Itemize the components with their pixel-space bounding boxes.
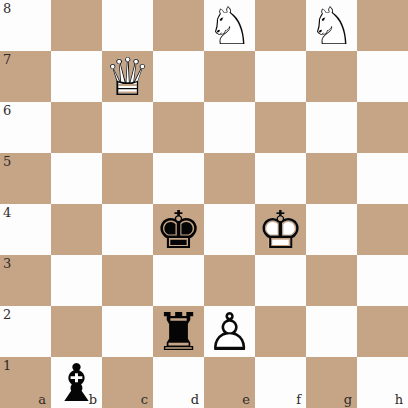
square-f6[interactable] <box>255 102 306 153</box>
square-a1[interactable]: 1a <box>0 357 51 408</box>
white-pawn[interactable]: ♟♙ <box>204 306 255 357</box>
square-f1[interactable]: f <box>255 357 306 408</box>
file-label-d: d <box>191 393 199 406</box>
rank-label-1: 1 <box>3 359 11 372</box>
square-g6[interactable] <box>306 102 357 153</box>
piece-glyph-outline: ♘ <box>206 1 253 52</box>
square-h1[interactable]: h <box>357 357 408 408</box>
square-h2[interactable] <box>357 306 408 357</box>
square-h6[interactable] <box>357 102 408 153</box>
square-g8[interactable]: ♞♘ <box>306 0 357 51</box>
square-e1[interactable]: e <box>204 357 255 408</box>
piece-glyph-outline: ♕ <box>104 52 151 103</box>
square-e3[interactable] <box>204 255 255 306</box>
square-e7[interactable] <box>204 51 255 102</box>
square-h7[interactable] <box>357 51 408 102</box>
square-b7[interactable] <box>51 51 102 102</box>
rank-label-2: 2 <box>3 308 11 321</box>
piece-glyph-fill: ♝ <box>53 358 100 408</box>
file-label-c: c <box>141 393 148 406</box>
rank-label-7: 7 <box>3 53 11 66</box>
rank-label-5: 5 <box>3 155 11 168</box>
square-c5[interactable] <box>102 153 153 204</box>
square-f4[interactable]: ♚♔ <box>255 204 306 255</box>
square-b6[interactable] <box>51 102 102 153</box>
chess-board: 8♞♘♞♘7♛♕654♚♚♔32♜♟♙1ab♝cdefgh <box>0 0 408 408</box>
square-c7[interactable]: ♛♕ <box>102 51 153 102</box>
square-f7[interactable] <box>255 51 306 102</box>
square-b8[interactable] <box>51 0 102 51</box>
black-bishop[interactable]: ♝ <box>51 357 102 408</box>
file-label-g: g <box>344 393 352 406</box>
black-king[interactable]: ♚ <box>153 204 204 255</box>
square-d8[interactable] <box>153 0 204 51</box>
square-e2[interactable]: ♟♙ <box>204 306 255 357</box>
piece-glyph-fill: ♚ <box>257 205 304 256</box>
piece-glyph-outline: ♙ <box>206 307 253 358</box>
square-c3[interactable] <box>102 255 153 306</box>
piece-glyph-fill: ♛ <box>104 52 151 103</box>
square-e8[interactable]: ♞♘ <box>204 0 255 51</box>
file-label-h: h <box>395 393 403 406</box>
square-e5[interactable] <box>204 153 255 204</box>
square-f5[interactable] <box>255 153 306 204</box>
white-queen[interactable]: ♛♕ <box>102 51 153 102</box>
square-g5[interactable] <box>306 153 357 204</box>
square-d3[interactable] <box>153 255 204 306</box>
square-h8[interactable] <box>357 0 408 51</box>
square-a5[interactable]: 5 <box>0 153 51 204</box>
square-d5[interactable] <box>153 153 204 204</box>
square-a7[interactable]: 7 <box>0 51 51 102</box>
square-f2[interactable] <box>255 306 306 357</box>
rank-label-3: 3 <box>3 257 11 270</box>
square-g3[interactable] <box>306 255 357 306</box>
piece-glyph-fill: ♞ <box>206 1 253 52</box>
square-e6[interactable] <box>204 102 255 153</box>
square-d7[interactable] <box>153 51 204 102</box>
file-label-f: f <box>296 393 301 406</box>
square-a2[interactable]: 2 <box>0 306 51 357</box>
rank-label-8: 8 <box>3 2 11 15</box>
square-c2[interactable] <box>102 306 153 357</box>
square-h5[interactable] <box>357 153 408 204</box>
square-c6[interactable] <box>102 102 153 153</box>
piece-glyph-outline: ♔ <box>257 205 304 256</box>
white-king[interactable]: ♚♔ <box>255 204 306 255</box>
square-b1[interactable]: b♝ <box>51 357 102 408</box>
piece-glyph-fill: ♞ <box>308 1 355 52</box>
square-a3[interactable]: 3 <box>0 255 51 306</box>
rank-label-4: 4 <box>3 206 11 219</box>
white-knight[interactable]: ♞♘ <box>306 0 357 51</box>
square-b3[interactable] <box>51 255 102 306</box>
square-g4[interactable] <box>306 204 357 255</box>
square-g1[interactable]: g <box>306 357 357 408</box>
square-d1[interactable]: d <box>153 357 204 408</box>
square-c1[interactable]: c <box>102 357 153 408</box>
square-g2[interactable] <box>306 306 357 357</box>
square-c4[interactable] <box>102 204 153 255</box>
file-label-e: e <box>242 393 250 406</box>
square-b4[interactable] <box>51 204 102 255</box>
square-d6[interactable] <box>153 102 204 153</box>
white-knight[interactable]: ♞♘ <box>204 0 255 51</box>
square-f8[interactable] <box>255 0 306 51</box>
square-e4[interactable] <box>204 204 255 255</box>
square-b2[interactable] <box>51 306 102 357</box>
square-d2[interactable]: ♜ <box>153 306 204 357</box>
piece-glyph-fill: ♟ <box>206 307 253 358</box>
rank-label-6: 6 <box>3 104 11 117</box>
square-g7[interactable] <box>306 51 357 102</box>
square-a4[interactable]: 4 <box>0 204 51 255</box>
square-a8[interactable]: 8 <box>0 0 51 51</box>
square-h3[interactable] <box>357 255 408 306</box>
square-b5[interactable] <box>51 153 102 204</box>
square-h4[interactable] <box>357 204 408 255</box>
piece-glyph-outline: ♘ <box>308 1 355 52</box>
piece-glyph-fill: ♜ <box>155 307 202 358</box>
square-c8[interactable] <box>102 0 153 51</box>
square-a6[interactable]: 6 <box>0 102 51 153</box>
square-d4[interactable]: ♚ <box>153 204 204 255</box>
square-f3[interactable] <box>255 255 306 306</box>
piece-glyph-fill: ♚ <box>155 205 202 256</box>
file-label-a: a <box>38 393 46 406</box>
black-rook[interactable]: ♜ <box>153 306 204 357</box>
